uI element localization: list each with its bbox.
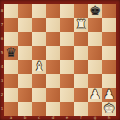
white-bishop: ♝ — [33, 60, 45, 74]
square-a2[interactable] — [4, 88, 18, 102]
square-f1[interactable] — [74, 102, 88, 116]
white-pawn: ♟ — [103, 88, 115, 102]
square-a1[interactable] — [4, 102, 18, 116]
square-b1[interactable] — [18, 102, 32, 116]
square-h7[interactable] — [102, 18, 116, 32]
square-g2[interactable]: ♟ — [88, 88, 102, 102]
square-a5[interactable]: ♛ — [4, 46, 18, 60]
square-b8[interactable] — [18, 4, 32, 18]
square-a3[interactable] — [4, 74, 18, 88]
square-h5[interactable] — [102, 46, 116, 60]
black-king: ♚ — [89, 4, 101, 18]
square-f2[interactable] — [74, 88, 88, 102]
square-e8[interactable] — [60, 4, 74, 18]
square-d8[interactable] — [46, 4, 60, 18]
square-d1[interactable] — [46, 102, 60, 116]
square-c6[interactable] — [32, 32, 46, 46]
square-g5[interactable] — [88, 46, 102, 60]
square-g8[interactable]: ♚ — [88, 4, 102, 18]
square-g3[interactable] — [88, 74, 102, 88]
square-a7[interactable] — [4, 18, 18, 32]
square-e2[interactable] — [60, 88, 74, 102]
square-h6[interactable] — [102, 32, 116, 46]
rank-label: 1 — [0, 102, 4, 116]
file-labels: a b c d e f g h — [4, 116, 116, 120]
square-f8[interactable] — [74, 4, 88, 18]
square-a4[interactable] — [4, 60, 18, 74]
square-c3[interactable] — [32, 74, 46, 88]
file-label: a — [4, 116, 18, 120]
chess-board: ♚♜♛♝♟♟♚ 8 7 6 5 4 3 2 1 a b c d e f g h — [0, 0, 120, 120]
file-label: e — [60, 116, 74, 120]
square-c1[interactable] — [32, 102, 46, 116]
rank-label: 3 — [0, 74, 4, 88]
board-grid: ♚♜♛♝♟♟♚ — [4, 4, 116, 116]
square-d3[interactable] — [46, 74, 60, 88]
rank-label: 2 — [0, 88, 4, 102]
square-g4[interactable] — [88, 60, 102, 74]
file-label: g — [88, 116, 102, 120]
white-pawn: ♟ — [89, 88, 101, 102]
square-a6[interactable] — [4, 32, 18, 46]
square-h2[interactable]: ♟ — [102, 88, 116, 102]
file-label: f — [74, 116, 88, 120]
square-e6[interactable] — [60, 32, 74, 46]
square-d6[interactable] — [46, 32, 60, 46]
square-e7[interactable] — [60, 18, 74, 32]
square-b7[interactable] — [18, 18, 32, 32]
black-queen: ♛ — [5, 46, 17, 60]
square-e5[interactable] — [60, 46, 74, 60]
rank-label: 7 — [0, 18, 4, 32]
square-e4[interactable] — [60, 60, 74, 74]
square-f5[interactable] — [74, 46, 88, 60]
file-label: c — [32, 116, 46, 120]
square-h8[interactable] — [102, 4, 116, 18]
square-b2[interactable] — [18, 88, 32, 102]
file-label: h — [102, 116, 116, 120]
square-g1[interactable] — [88, 102, 102, 116]
white-rook: ♜ — [75, 18, 87, 32]
square-f7[interactable]: ♜ — [74, 18, 88, 32]
square-c4[interactable]: ♝ — [32, 60, 46, 74]
square-c7[interactable] — [32, 18, 46, 32]
square-b6[interactable] — [18, 32, 32, 46]
square-d5[interactable] — [46, 46, 60, 60]
square-h3[interactable] — [102, 74, 116, 88]
square-g6[interactable] — [88, 32, 102, 46]
rank-labels: 8 7 6 5 4 3 2 1 — [0, 4, 4, 116]
square-d4[interactable] — [46, 60, 60, 74]
rank-label: 5 — [0, 46, 4, 60]
file-label: d — [46, 116, 60, 120]
square-d7[interactable] — [46, 18, 60, 32]
square-f6[interactable] — [74, 32, 88, 46]
white-king: ♚ — [103, 102, 115, 116]
rank-label: 8 — [0, 4, 4, 18]
square-h1[interactable]: ♚ — [102, 102, 116, 116]
square-c2[interactable] — [32, 88, 46, 102]
square-g7[interactable] — [88, 18, 102, 32]
file-label: b — [18, 116, 32, 120]
square-h4[interactable] — [102, 60, 116, 74]
square-b4[interactable] — [18, 60, 32, 74]
square-d2[interactable] — [46, 88, 60, 102]
square-f3[interactable] — [74, 74, 88, 88]
square-c8[interactable] — [32, 4, 46, 18]
rank-label: 4 — [0, 60, 4, 74]
square-f4[interactable] — [74, 60, 88, 74]
square-e1[interactable] — [60, 102, 74, 116]
square-c5[interactable] — [32, 46, 46, 60]
square-e3[interactable] — [60, 74, 74, 88]
square-b3[interactable] — [18, 74, 32, 88]
square-b5[interactable] — [18, 46, 32, 60]
rank-label: 6 — [0, 32, 4, 46]
square-a8[interactable] — [4, 4, 18, 18]
